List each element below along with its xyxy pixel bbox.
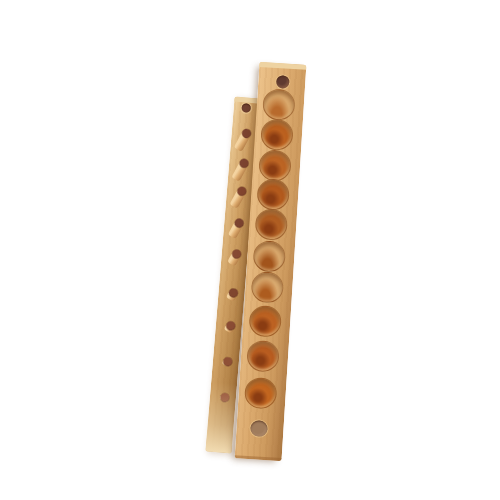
front-pit-1 — [262, 88, 296, 121]
front-pit-5 — [254, 208, 288, 241]
front-pit-2 — [260, 118, 294, 151]
front-pit-9 — [246, 340, 280, 373]
rear-peg-tip-2 — [240, 127, 252, 139]
rear-hole-1 — [241, 103, 251, 113]
front-pit-8 — [248, 305, 282, 338]
rear-peg-tip-8 — [224, 319, 236, 331]
rear-peg-4 — [229, 188, 246, 208]
rear-peg-tip-5 — [233, 216, 245, 228]
rear-peg-tip-3 — [238, 157, 250, 169]
front-pit-6 — [252, 240, 286, 273]
front-pit-4 — [256, 178, 290, 211]
front-pit-7 — [250, 271, 284, 304]
rear-board-bottom-sheen — [205, 382, 237, 454]
rear-peg-6 — [227, 251, 241, 266]
rear-peg-5 — [227, 220, 243, 238]
rear-peg-tip-9 — [221, 355, 233, 367]
rear-peg-3 — [231, 160, 248, 181]
front-pit-3 — [258, 149, 292, 182]
rear-peg-tip-7 — [227, 286, 239, 298]
front-board-bottom-end-hole — [250, 420, 268, 437]
rear-peg-tip-6 — [230, 247, 242, 259]
rear-peg-2 — [233, 130, 250, 151]
front-board-bottom-edge — [235, 455, 282, 461]
rear-peg-8 — [223, 323, 234, 333]
rear-peg-7 — [225, 290, 237, 301]
front-board-top-end-hole — [276, 75, 290, 89]
front-board-top-end-grain — [259, 62, 306, 70]
product-photo-stage — [0, 0, 500, 500]
rear-peg-9 — [221, 359, 231, 368]
rear-peg-tip-4 — [235, 185, 247, 197]
front-pit-10 — [244, 377, 278, 410]
